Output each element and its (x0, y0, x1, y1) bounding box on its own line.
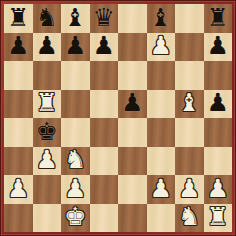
square-a5[interactable] (4, 90, 33, 119)
square-d1[interactable] (90, 204, 119, 233)
square-h3[interactable] (204, 147, 233, 176)
square-c4[interactable] (61, 118, 90, 147)
square-b1[interactable] (33, 204, 62, 233)
square-f4[interactable] (147, 118, 176, 147)
board-frame: ♜♞♝♛♝♜♟♟♟♟♟♟♜♟♝♟♚♟♞♟♟♟♟♟♚♞♜ (0, 0, 236, 236)
piece-white-pawn[interactable]: ♟ (150, 33, 172, 58)
piece-black-rook[interactable]: ♜ (7, 5, 29, 30)
square-a4[interactable] (4, 118, 33, 147)
piece-white-bishop[interactable]: ♝ (178, 90, 200, 115)
square-f6[interactable] (147, 61, 176, 90)
square-f5[interactable] (147, 90, 176, 119)
square-d6[interactable] (90, 61, 119, 90)
piece-white-pawn[interactable]: ♟ (36, 147, 58, 172)
square-g1[interactable]: ♞ (175, 204, 204, 233)
square-d4[interactable] (90, 118, 119, 147)
piece-white-king[interactable]: ♚ (64, 204, 86, 229)
piece-black-pawn[interactable]: ♟ (93, 33, 115, 58)
square-b3[interactable]: ♟ (33, 147, 62, 176)
square-e6[interactable] (118, 61, 147, 90)
square-b6[interactable] (33, 61, 62, 90)
piece-white-rook[interactable]: ♜ (36, 90, 58, 115)
square-c1[interactable]: ♚ (61, 204, 90, 233)
square-e7[interactable] (118, 33, 147, 62)
square-a1[interactable] (4, 204, 33, 233)
square-g5[interactable]: ♝ (175, 90, 204, 119)
piece-black-bishop[interactable]: ♝ (64, 5, 86, 30)
square-g6[interactable] (175, 61, 204, 90)
square-c2[interactable]: ♟ (61, 175, 90, 204)
square-b7[interactable]: ♟ (33, 33, 62, 62)
square-g3[interactable] (175, 147, 204, 176)
square-g7[interactable] (175, 33, 204, 62)
square-a6[interactable] (4, 61, 33, 90)
square-d2[interactable] (90, 175, 119, 204)
square-c8[interactable]: ♝ (61, 4, 90, 33)
square-d7[interactable]: ♟ (90, 33, 119, 62)
chess-board: ♜♞♝♛♝♜♟♟♟♟♟♟♜♟♝♟♚♟♞♟♟♟♟♟♚♞♜ (4, 4, 232, 232)
piece-white-pawn[interactable]: ♟ (150, 176, 172, 201)
square-d8[interactable]: ♛ (90, 4, 119, 33)
piece-black-pawn[interactable]: ♟ (64, 33, 86, 58)
square-c6[interactable] (61, 61, 90, 90)
square-c3[interactable]: ♞ (61, 147, 90, 176)
square-a2[interactable]: ♟ (4, 175, 33, 204)
piece-black-pawn[interactable]: ♟ (121, 90, 143, 115)
piece-black-knight[interactable]: ♞ (36, 5, 58, 30)
square-h4[interactable] (204, 118, 233, 147)
square-h1[interactable]: ♜ (204, 204, 233, 233)
square-g2[interactable]: ♟ (175, 175, 204, 204)
square-b8[interactable]: ♞ (33, 4, 62, 33)
square-d5[interactable] (90, 90, 119, 119)
square-f8[interactable]: ♝ (147, 4, 176, 33)
square-g4[interactable] (175, 118, 204, 147)
square-h7[interactable]: ♟ (204, 33, 233, 62)
piece-black-pawn[interactable]: ♟ (207, 33, 229, 58)
square-c7[interactable]: ♟ (61, 33, 90, 62)
square-h8[interactable]: ♜ (204, 4, 233, 33)
square-b2[interactable] (33, 175, 62, 204)
square-e8[interactable] (118, 4, 147, 33)
piece-black-king[interactable]: ♚ (36, 119, 58, 144)
square-f1[interactable] (147, 204, 176, 233)
piece-black-pawn[interactable]: ♟ (7, 33, 29, 58)
square-e1[interactable] (118, 204, 147, 233)
square-b5[interactable]: ♜ (33, 90, 62, 119)
square-h2[interactable]: ♟ (204, 175, 233, 204)
square-h6[interactable] (204, 61, 233, 90)
square-h5[interactable]: ♟ (204, 90, 233, 119)
square-e5[interactable]: ♟ (118, 90, 147, 119)
square-f7[interactable]: ♟ (147, 33, 176, 62)
piece-black-pawn[interactable]: ♟ (207, 90, 229, 115)
piece-black-pawn[interactable]: ♟ (36, 33, 58, 58)
square-b4[interactable]: ♚ (33, 118, 62, 147)
piece-white-pawn[interactable]: ♟ (7, 176, 29, 201)
square-c5[interactable] (61, 90, 90, 119)
piece-black-queen[interactable]: ♛ (93, 5, 115, 30)
piece-white-rook[interactable]: ♜ (207, 204, 229, 229)
square-d3[interactable] (90, 147, 119, 176)
piece-white-pawn[interactable]: ♟ (64, 176, 86, 201)
piece-black-bishop[interactable]: ♝ (150, 5, 172, 30)
square-e3[interactable] (118, 147, 147, 176)
square-e4[interactable] (118, 118, 147, 147)
square-a3[interactable] (4, 147, 33, 176)
piece-white-pawn[interactable]: ♟ (178, 176, 200, 201)
square-a7[interactable]: ♟ (4, 33, 33, 62)
square-f2[interactable]: ♟ (147, 175, 176, 204)
piece-white-knight[interactable]: ♞ (178, 204, 200, 229)
piece-black-rook[interactable]: ♜ (207, 5, 229, 30)
square-e2[interactable] (118, 175, 147, 204)
piece-white-pawn[interactable]: ♟ (207, 176, 229, 201)
square-f3[interactable] (147, 147, 176, 176)
piece-white-knight[interactable]: ♞ (64, 147, 86, 172)
square-a8[interactable]: ♜ (4, 4, 33, 33)
square-g8[interactable] (175, 4, 204, 33)
